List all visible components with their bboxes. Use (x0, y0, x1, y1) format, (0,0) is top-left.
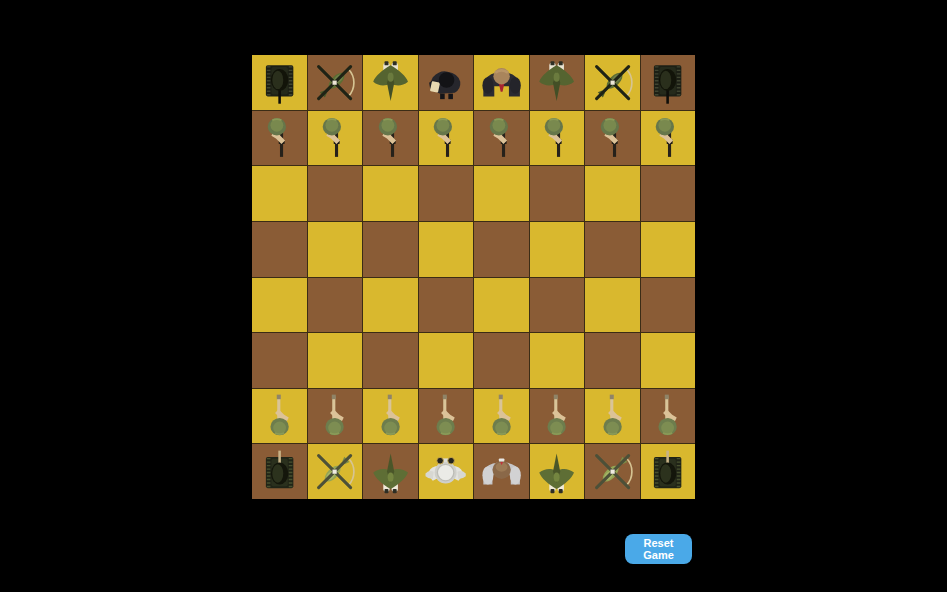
piece-white-pawn-soldier[interactable] (587, 390, 638, 441)
square-a3[interactable] (252, 333, 307, 388)
square-f5[interactable] (530, 222, 585, 277)
piece-white-pawn-soldier[interactable] (420, 390, 471, 441)
piece-black-pawn-soldier[interactable] (587, 112, 638, 163)
piece-black-pawn-soldier[interactable] (531, 112, 582, 163)
square-b4[interactable] (308, 278, 363, 333)
square-f7[interactable] (530, 111, 585, 166)
piece-black-pawn-soldier[interactable] (420, 112, 471, 163)
piece-black-pawn-soldier[interactable] (476, 112, 527, 163)
square-c1[interactable] (363, 444, 418, 499)
piece-black-rook-tank[interactable] (254, 57, 305, 108)
square-d1[interactable] (419, 444, 474, 499)
square-g4[interactable] (585, 278, 640, 333)
square-a2[interactable] (252, 389, 307, 444)
piece-white-pawn-soldier[interactable] (531, 390, 582, 441)
piece-white-pawn-soldier[interactable] (365, 390, 416, 441)
piece-black-pawn-soldier[interactable] (642, 112, 693, 163)
piece-white-king-general[interactable] (476, 446, 527, 497)
square-g2[interactable] (585, 389, 640, 444)
square-f4[interactable] (530, 278, 585, 333)
square-f2[interactable] (530, 389, 585, 444)
square-g6[interactable] (585, 166, 640, 221)
piece-black-king-commander[interactable] (476, 57, 527, 108)
square-e3[interactable] (474, 333, 529, 388)
square-a4[interactable] (252, 278, 307, 333)
square-g3[interactable] (585, 333, 640, 388)
square-h2[interactable] (641, 389, 696, 444)
square-b6[interactable] (308, 166, 363, 221)
piece-white-pawn-soldier[interactable] (476, 390, 527, 441)
square-e1[interactable] (474, 444, 529, 499)
piece-white-knight-helicopter[interactable] (309, 446, 360, 497)
square-c6[interactable] (363, 166, 418, 221)
square-d3[interactable] (419, 333, 474, 388)
piece-white-pawn-soldier[interactable] (642, 390, 693, 441)
square-a6[interactable] (252, 166, 307, 221)
piece-white-bishop-fighter-jet[interactable] (365, 446, 416, 497)
square-g8[interactable] (585, 55, 640, 110)
square-h8[interactable] (641, 55, 696, 110)
square-c2[interactable] (363, 389, 418, 444)
square-h7[interactable] (641, 111, 696, 166)
square-g5[interactable] (585, 222, 640, 277)
square-a8[interactable] (252, 55, 307, 110)
chess-board (252, 55, 695, 499)
square-h5[interactable] (641, 222, 696, 277)
square-b2[interactable] (308, 389, 363, 444)
square-d2[interactable] (419, 389, 474, 444)
square-f8[interactable] (530, 55, 585, 110)
piece-white-rook-tank[interactable] (254, 446, 305, 497)
square-f1[interactable] (530, 444, 585, 499)
piece-black-bishop-fighter-jet[interactable] (365, 57, 416, 108)
piece-black-pawn-soldier[interactable] (365, 112, 416, 163)
piece-black-pawn-soldier[interactable] (309, 112, 360, 163)
square-b1[interactable] (308, 444, 363, 499)
square-c4[interactable] (363, 278, 418, 333)
square-h3[interactable] (641, 333, 696, 388)
square-a7[interactable] (252, 111, 307, 166)
reset-game-button[interactable]: Reset Game (625, 534, 692, 564)
piece-white-pawn-soldier[interactable] (254, 390, 305, 441)
square-e7[interactable] (474, 111, 529, 166)
square-a5[interactable] (252, 222, 307, 277)
piece-black-pawn-soldier[interactable] (254, 112, 305, 163)
square-g7[interactable] (585, 111, 640, 166)
square-d6[interactable] (419, 166, 474, 221)
square-h1[interactable] (641, 444, 696, 499)
square-b8[interactable] (308, 55, 363, 110)
piece-white-pawn-soldier[interactable] (309, 390, 360, 441)
square-b5[interactable] (308, 222, 363, 277)
app-stage: Reset Game (0, 0, 947, 592)
square-c8[interactable] (363, 55, 418, 110)
piece-white-bishop-fighter-jet[interactable] (531, 446, 582, 497)
square-d4[interactable] (419, 278, 474, 333)
square-e6[interactable] (474, 166, 529, 221)
square-e2[interactable] (474, 389, 529, 444)
square-d5[interactable] (419, 222, 474, 277)
piece-black-queen-operative[interactable] (420, 57, 471, 108)
square-e5[interactable] (474, 222, 529, 277)
square-c3[interactable] (363, 333, 418, 388)
square-c7[interactable] (363, 111, 418, 166)
square-e8[interactable] (474, 55, 529, 110)
square-b3[interactable] (308, 333, 363, 388)
square-c5[interactable] (363, 222, 418, 277)
square-d8[interactable] (419, 55, 474, 110)
piece-white-queen-pilot[interactable] (420, 446, 471, 497)
piece-white-rook-tank[interactable] (642, 446, 693, 497)
square-f3[interactable] (530, 333, 585, 388)
piece-white-knight-helicopter[interactable] (587, 446, 638, 497)
piece-black-knight-helicopter[interactable] (587, 57, 638, 108)
square-h4[interactable] (641, 278, 696, 333)
piece-black-rook-tank[interactable] (642, 57, 693, 108)
piece-black-bishop-fighter-jet[interactable] (531, 57, 582, 108)
square-g1[interactable] (585, 444, 640, 499)
square-f6[interactable] (530, 166, 585, 221)
piece-black-knight-helicopter[interactable] (309, 57, 360, 108)
square-a1[interactable] (252, 444, 307, 499)
square-b7[interactable] (308, 111, 363, 166)
square-e4[interactable] (474, 278, 529, 333)
square-d7[interactable] (419, 111, 474, 166)
square-h6[interactable] (641, 166, 696, 221)
